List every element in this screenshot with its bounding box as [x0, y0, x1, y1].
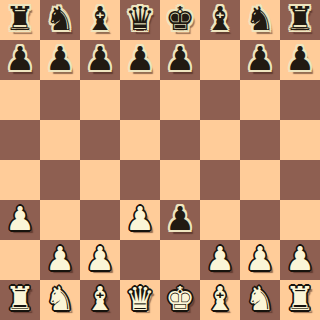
square-a2[interactable] [0, 240, 40, 280]
piece-black-rook[interactable]: ♜ [5, 0, 35, 39]
square-e1[interactable]: ♚ [160, 280, 200, 320]
piece-white-pawn[interactable]: ♟ [45, 239, 75, 279]
square-b7[interactable]: ♟ [40, 40, 80, 80]
square-d3[interactable]: ♟ [120, 200, 160, 240]
piece-black-rook[interactable]: ♜ [285, 0, 315, 39]
square-d6[interactable] [120, 80, 160, 120]
square-e7[interactable]: ♟ [160, 40, 200, 80]
square-h8[interactable]: ♜ [280, 0, 320, 40]
square-b2[interactable]: ♟ [40, 240, 80, 280]
square-b3[interactable] [40, 200, 80, 240]
square-e3[interactable]: ♟ [160, 200, 200, 240]
piece-white-pawn[interactable]: ♟ [125, 199, 155, 239]
piece-black-knight[interactable]: ♞ [45, 0, 75, 39]
piece-black-bishop[interactable]: ♝ [205, 0, 235, 39]
piece-white-pawn[interactable]: ♟ [285, 239, 315, 279]
piece-black-bishop[interactable]: ♝ [85, 0, 115, 39]
piece-black-knight[interactable]: ♞ [245, 0, 275, 39]
piece-black-pawn[interactable]: ♟ [5, 39, 35, 79]
piece-black-pawn[interactable]: ♟ [85, 39, 115, 79]
piece-black-pawn[interactable]: ♟ [285, 39, 315, 79]
piece-white-king[interactable]: ♚ [165, 279, 195, 319]
square-h7[interactable]: ♟ [280, 40, 320, 80]
piece-white-bishop[interactable]: ♝ [205, 279, 235, 319]
piece-white-rook[interactable]: ♜ [5, 279, 35, 319]
square-f3[interactable] [200, 200, 240, 240]
square-a8[interactable]: ♜ [0, 0, 40, 40]
square-c5[interactable] [80, 120, 120, 160]
piece-black-king[interactable]: ♚ [165, 0, 195, 39]
square-g5[interactable] [240, 120, 280, 160]
square-d5[interactable] [120, 120, 160, 160]
square-c7[interactable]: ♟ [80, 40, 120, 80]
square-g8[interactable]: ♞ [240, 0, 280, 40]
square-a1[interactable]: ♜ [0, 280, 40, 320]
piece-white-pawn[interactable]: ♟ [85, 239, 115, 279]
square-h1[interactable]: ♜ [280, 280, 320, 320]
piece-white-knight[interactable]: ♞ [45, 279, 75, 319]
square-c8[interactable]: ♝ [80, 0, 120, 40]
square-h4[interactable] [280, 160, 320, 200]
square-e5[interactable] [160, 120, 200, 160]
square-a4[interactable] [0, 160, 40, 200]
square-f5[interactable] [200, 120, 240, 160]
square-d8[interactable]: ♛ [120, 0, 160, 40]
square-c2[interactable]: ♟ [80, 240, 120, 280]
square-c6[interactable] [80, 80, 120, 120]
square-e4[interactable] [160, 160, 200, 200]
piece-white-pawn[interactable]: ♟ [205, 239, 235, 279]
square-e8[interactable]: ♚ [160, 0, 200, 40]
square-b4[interactable] [40, 160, 80, 200]
square-b5[interactable] [40, 120, 80, 160]
square-a7[interactable]: ♟ [0, 40, 40, 80]
square-h3[interactable] [280, 200, 320, 240]
square-g1[interactable]: ♞ [240, 280, 280, 320]
square-a3[interactable]: ♟ [0, 200, 40, 240]
piece-black-pawn[interactable]: ♟ [245, 39, 275, 79]
square-d1[interactable]: ♛ [120, 280, 160, 320]
piece-black-pawn[interactable]: ♟ [45, 39, 75, 79]
square-b1[interactable]: ♞ [40, 280, 80, 320]
square-h5[interactable] [280, 120, 320, 160]
piece-white-queen[interactable]: ♛ [125, 279, 155, 319]
square-c3[interactable] [80, 200, 120, 240]
square-c1[interactable]: ♝ [80, 280, 120, 320]
piece-black-pawn[interactable]: ♟ [165, 199, 195, 239]
chess-board: ♜♞♝♛♚♝♞♜♟♟♟♟♟♟♟♟♟♟♟♟♟♟♟♜♞♝♛♚♝♞♜ [0, 0, 320, 320]
square-c4[interactable] [80, 160, 120, 200]
square-d2[interactable] [120, 240, 160, 280]
piece-white-bishop[interactable]: ♝ [85, 279, 115, 319]
piece-white-knight[interactable]: ♞ [245, 279, 275, 319]
square-d7[interactable]: ♟ [120, 40, 160, 80]
square-h6[interactable] [280, 80, 320, 120]
square-a6[interactable] [0, 80, 40, 120]
square-f1[interactable]: ♝ [200, 280, 240, 320]
square-b8[interactable]: ♞ [40, 0, 80, 40]
piece-white-rook[interactable]: ♜ [285, 279, 315, 319]
piece-black-pawn[interactable]: ♟ [165, 39, 195, 79]
piece-white-pawn[interactable]: ♟ [245, 239, 275, 279]
square-f6[interactable] [200, 80, 240, 120]
square-d4[interactable] [120, 160, 160, 200]
square-g6[interactable] [240, 80, 280, 120]
square-g3[interactable] [240, 200, 280, 240]
square-f7[interactable] [200, 40, 240, 80]
piece-black-pawn[interactable]: ♟ [125, 39, 155, 79]
piece-black-queen[interactable]: ♛ [125, 0, 155, 39]
square-f4[interactable] [200, 160, 240, 200]
square-b6[interactable] [40, 80, 80, 120]
square-g2[interactable]: ♟ [240, 240, 280, 280]
square-g4[interactable] [240, 160, 280, 200]
square-a5[interactable] [0, 120, 40, 160]
square-e6[interactable] [160, 80, 200, 120]
square-h2[interactable]: ♟ [280, 240, 320, 280]
square-f2[interactable]: ♟ [200, 240, 240, 280]
piece-white-pawn[interactable]: ♟ [5, 199, 35, 239]
square-f8[interactable]: ♝ [200, 0, 240, 40]
square-g7[interactable]: ♟ [240, 40, 280, 80]
square-e2[interactable] [160, 240, 200, 280]
